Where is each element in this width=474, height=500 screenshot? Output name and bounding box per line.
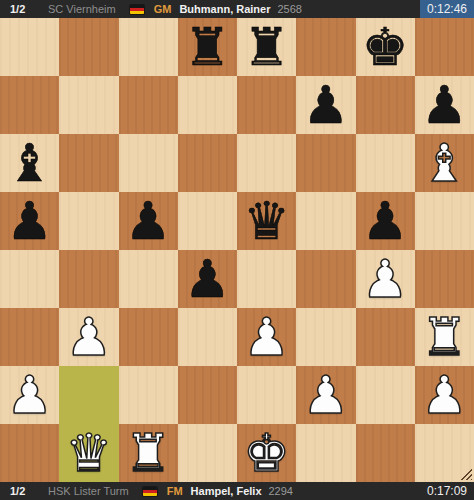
- square-c8[interactable]: [119, 18, 178, 76]
- square-d2[interactable]: [178, 366, 237, 424]
- square-h3[interactable]: ♜: [415, 308, 474, 366]
- white-pawn[interactable]: ♟: [6, 366, 53, 424]
- square-h1[interactable]: [415, 424, 474, 482]
- black-rook[interactable]: ♜: [243, 18, 290, 76]
- black-bishop[interactable]: ♝: [6, 134, 53, 192]
- bottom-player-bar: 1/2 HSK Lister Turm FM Hampel, Felix 229…: [0, 482, 474, 500]
- player-name-bottom: Hampel, Felix: [191, 485, 262, 497]
- square-g5[interactable]: ♟: [356, 192, 415, 250]
- player-clock-top: 0:12:46: [420, 0, 474, 18]
- team-name-bottom: HSK Lister Turm: [48, 485, 129, 497]
- square-c5[interactable]: ♟: [119, 192, 178, 250]
- white-pawn[interactable]: ♟: [421, 366, 468, 424]
- white-bishop[interactable]: ♝: [421, 134, 468, 192]
- white-rook[interactable]: ♜: [421, 308, 468, 366]
- match-score-top: 1/2: [10, 3, 36, 15]
- black-rook[interactable]: ♜: [184, 18, 231, 76]
- square-c6[interactable]: [119, 134, 178, 192]
- black-pawn[interactable]: ♟: [184, 250, 231, 308]
- square-e4[interactable]: [237, 250, 296, 308]
- white-queen[interactable]: ♛: [66, 424, 113, 482]
- black-pawn[interactable]: ♟: [421, 76, 468, 134]
- black-pawn[interactable]: ♟: [303, 76, 350, 134]
- square-b3[interactable]: ♟: [59, 308, 118, 366]
- square-e3[interactable]: ♟: [237, 308, 296, 366]
- square-a1[interactable]: [0, 424, 59, 482]
- square-d7[interactable]: [178, 76, 237, 134]
- square-e8[interactable]: ♜: [237, 18, 296, 76]
- square-b4[interactable]: [59, 250, 118, 308]
- player-name-top: Buhmann, Rainer: [179, 3, 270, 15]
- black-queen[interactable]: ♛: [243, 192, 290, 250]
- square-b6[interactable]: [59, 134, 118, 192]
- square-f3[interactable]: [296, 308, 355, 366]
- square-d6[interactable]: [178, 134, 237, 192]
- square-g2[interactable]: [356, 366, 415, 424]
- black-king[interactable]: ♚: [362, 18, 409, 76]
- black-pawn[interactable]: ♟: [362, 192, 409, 250]
- square-d1[interactable]: [178, 424, 237, 482]
- white-rook[interactable]: ♜: [125, 424, 172, 482]
- square-f7[interactable]: ♟: [296, 76, 355, 134]
- square-a7[interactable]: [0, 76, 59, 134]
- square-h2[interactable]: ♟: [415, 366, 474, 424]
- white-pawn[interactable]: ♟: [303, 366, 350, 424]
- square-h4[interactable]: [415, 250, 474, 308]
- black-pawn[interactable]: ♟: [125, 192, 172, 250]
- square-f8[interactable]: [296, 18, 355, 76]
- square-h8[interactable]: [415, 18, 474, 76]
- player-rating-bottom: 2294: [269, 485, 293, 497]
- square-g7[interactable]: [356, 76, 415, 134]
- square-g8[interactable]: ♚: [356, 18, 415, 76]
- square-b1[interactable]: ♛: [59, 424, 118, 482]
- chess-board[interactable]: ♜♜♚♟♟♝♝♟♟♛♟♟♟♟♟♜♟♟♟♛♜♚: [0, 18, 474, 482]
- square-e6[interactable]: [237, 134, 296, 192]
- player-title-top: GM: [154, 3, 172, 15]
- square-a6[interactable]: ♝: [0, 134, 59, 192]
- square-e5[interactable]: ♛: [237, 192, 296, 250]
- black-pawn[interactable]: ♟: [6, 192, 53, 250]
- germany-flag-icon: [130, 5, 144, 14]
- square-a3[interactable]: [0, 308, 59, 366]
- square-f1[interactable]: [296, 424, 355, 482]
- square-c3[interactable]: [119, 308, 178, 366]
- square-e7[interactable]: [237, 76, 296, 134]
- square-g6[interactable]: [356, 134, 415, 192]
- match-score-bottom: 1/2: [10, 485, 36, 497]
- germany-flag-icon: [143, 487, 157, 496]
- square-d3[interactable]: [178, 308, 237, 366]
- square-g3[interactable]: [356, 308, 415, 366]
- white-king[interactable]: ♚: [243, 424, 290, 482]
- player-rating-top: 2568: [277, 3, 301, 15]
- square-d4[interactable]: ♟: [178, 250, 237, 308]
- square-a5[interactable]: ♟: [0, 192, 59, 250]
- white-pawn[interactable]: ♟: [362, 250, 409, 308]
- square-c7[interactable]: [119, 76, 178, 134]
- square-e2[interactable]: [237, 366, 296, 424]
- square-g1[interactable]: [356, 424, 415, 482]
- square-d5[interactable]: [178, 192, 237, 250]
- square-h5[interactable]: [415, 192, 474, 250]
- square-a2[interactable]: ♟: [0, 366, 59, 424]
- square-c1[interactable]: ♜: [119, 424, 178, 482]
- player-title-bottom: FM: [167, 485, 183, 497]
- square-d8[interactable]: ♜: [178, 18, 237, 76]
- square-b2[interactable]: [59, 366, 118, 424]
- square-f2[interactable]: ♟: [296, 366, 355, 424]
- square-c2[interactable]: [119, 366, 178, 424]
- team-name-top: SC Viernheim: [48, 3, 116, 15]
- square-h6[interactable]: ♝: [415, 134, 474, 192]
- player-clock-bottom: 0:17:09: [420, 482, 474, 500]
- white-pawn[interactable]: ♟: [66, 308, 113, 366]
- square-b5[interactable]: [59, 192, 118, 250]
- chess-broadcast-window: 1/2 SC Viernheim GM Buhmann, Rainer 2568…: [0, 0, 474, 500]
- square-a4[interactable]: [0, 250, 59, 308]
- square-h7[interactable]: ♟: [415, 76, 474, 134]
- white-pawn[interactable]: ♟: [243, 308, 290, 366]
- square-g4[interactable]: ♟: [356, 250, 415, 308]
- square-f5[interactable]: [296, 192, 355, 250]
- square-a8[interactable]: [0, 18, 59, 76]
- square-b7[interactable]: [59, 76, 118, 134]
- square-f6[interactable]: [296, 134, 355, 192]
- square-e1[interactable]: ♚: [237, 424, 296, 482]
- square-f4[interactable]: [296, 250, 355, 308]
- square-b8[interactable]: [59, 18, 118, 76]
- square-c4[interactable]: [119, 250, 178, 308]
- top-player-bar: 1/2 SC Viernheim GM Buhmann, Rainer 2568…: [0, 0, 474, 18]
